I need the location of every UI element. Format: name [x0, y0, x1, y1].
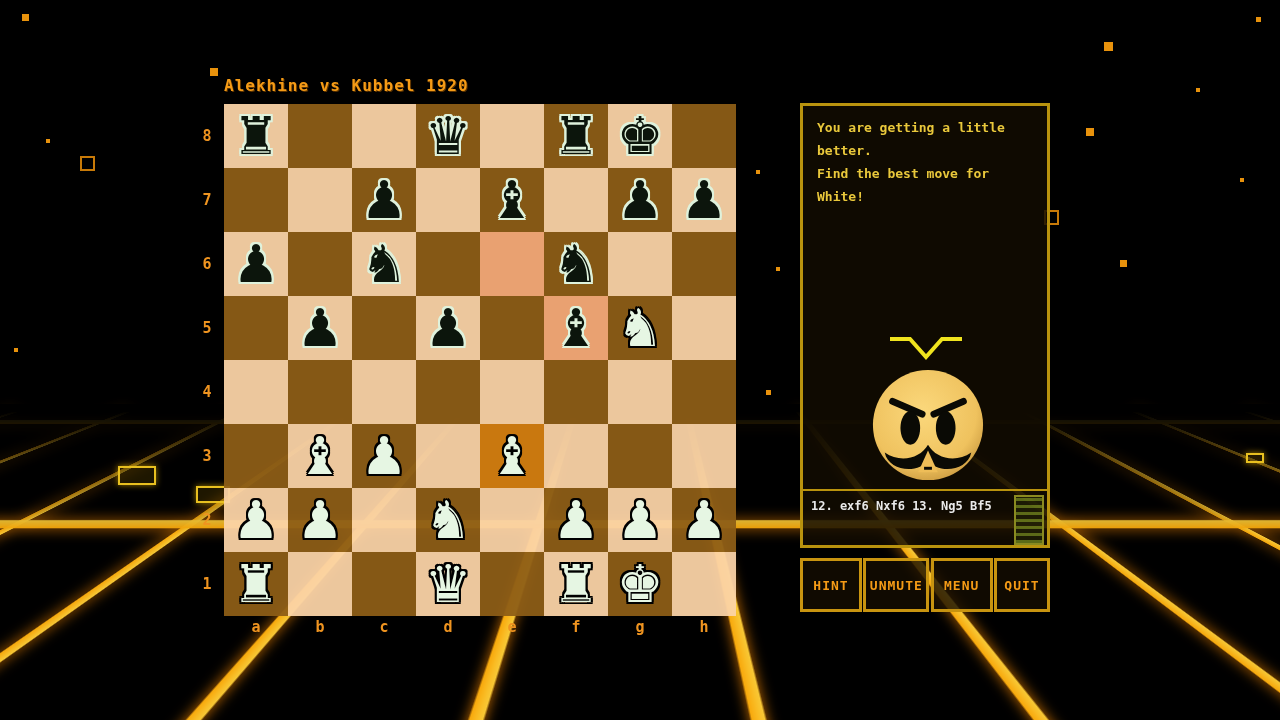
piece-white-queen: ♛	[425, 554, 472, 614]
square-g3[interactable]	[608, 424, 672, 488]
background-dot	[1196, 88, 1200, 92]
piece-black-knight: ♞	[553, 234, 600, 294]
piece-black-pawn: ♟	[233, 234, 280, 294]
game-title: Alekhine vs Kubbel 1920	[224, 76, 469, 95]
square-b6[interactable]	[288, 232, 352, 296]
piece-black-king: ♚	[617, 106, 664, 166]
background-dot	[776, 267, 780, 271]
square-b7[interactable]	[288, 168, 352, 232]
file-label-e: e	[480, 617, 544, 639]
square-f1[interactable]: ♜	[544, 552, 608, 616]
square-g7[interactable]: ♟	[608, 168, 672, 232]
square-c2[interactable]	[352, 488, 416, 552]
square-g5[interactable]: ♞	[608, 296, 672, 360]
rank-label-2: 2	[194, 488, 220, 552]
square-f6[interactable]: ♞	[544, 232, 608, 296]
file-label-c: c	[352, 617, 416, 639]
chess-board[interactable]: ♜♛♜♚♟♝♟♟♟♞♞♟♟♝♞♝♟♝♟♟♞♟♟♟♜♛♜♚	[224, 104, 736, 616]
piece-black-pawn: ♟	[681, 170, 728, 230]
square-a6[interactable]: ♟	[224, 232, 288, 296]
square-h2[interactable]: ♟	[672, 488, 736, 552]
piece-black-rook: ♜	[553, 106, 600, 166]
piece-black-knight: ♞	[361, 234, 408, 294]
square-e6[interactable]	[480, 232, 544, 296]
move-history: 12. exf6 Nxf6 13. Ng5 Bf5	[811, 499, 1011, 513]
rank-labels: 87654321	[194, 104, 220, 616]
square-b1[interactable]	[288, 552, 352, 616]
square-c1[interactable]	[352, 552, 416, 616]
piece-white-pawn: ♟	[553, 490, 600, 550]
piece-white-pawn: ♟	[681, 490, 728, 550]
square-h3[interactable]	[672, 424, 736, 488]
square-h1[interactable]	[672, 552, 736, 616]
square-f2[interactable]: ♟	[544, 488, 608, 552]
square-e7[interactable]: ♝	[480, 168, 544, 232]
piece-black-pawn: ♟	[617, 170, 664, 230]
rank-label-8: 8	[194, 104, 220, 168]
square-a8[interactable]: ♜	[224, 104, 288, 168]
piece-white-pawn: ♟	[297, 490, 344, 550]
background-dot	[1246, 453, 1264, 463]
rank-label-3: 3	[194, 424, 220, 488]
file-label-d: d	[416, 617, 480, 639]
square-b4[interactable]	[288, 360, 352, 424]
square-h4[interactable]	[672, 360, 736, 424]
square-d4[interactable]	[416, 360, 480, 424]
square-g6[interactable]	[608, 232, 672, 296]
square-h8[interactable]	[672, 104, 736, 168]
square-b2[interactable]: ♟	[288, 488, 352, 552]
square-d7[interactable]	[416, 168, 480, 232]
rank-label-7: 7	[194, 168, 220, 232]
square-e8[interactable]	[480, 104, 544, 168]
background-dot	[766, 390, 771, 395]
square-b5[interactable]: ♟	[288, 296, 352, 360]
square-f4[interactable]	[544, 360, 608, 424]
square-d1[interactable]: ♛	[416, 552, 480, 616]
background-dot	[22, 14, 29, 21]
square-d6[interactable]	[416, 232, 480, 296]
square-f5[interactable]: ♝	[544, 296, 608, 360]
background-dot	[46, 139, 50, 143]
square-c4[interactable]	[352, 360, 416, 424]
piece-black-pawn: ♟	[425, 298, 472, 358]
angry-mustache-emoji	[869, 366, 987, 486]
background-dot	[1120, 260, 1127, 267]
square-a5[interactable]	[224, 296, 288, 360]
move-history-scrollbar[interactable]	[1014, 495, 1044, 545]
square-a1[interactable]: ♜	[224, 552, 288, 616]
square-c3[interactable]: ♟	[352, 424, 416, 488]
square-e5[interactable]	[480, 296, 544, 360]
square-d3[interactable]	[416, 424, 480, 488]
background-dot	[210, 68, 218, 76]
square-c5[interactable]	[352, 296, 416, 360]
square-f8[interactable]: ♜	[544, 104, 608, 168]
piece-black-rook: ♜	[233, 106, 280, 166]
square-g8[interactable]: ♚	[608, 104, 672, 168]
square-h7[interactable]: ♟	[672, 168, 736, 232]
background-dot	[1086, 128, 1094, 136]
square-d2[interactable]: ♞	[416, 488, 480, 552]
piece-black-pawn: ♟	[297, 298, 344, 358]
piece-white-knight: ♞	[425, 490, 472, 550]
square-a3[interactable]	[224, 424, 288, 488]
file-label-b: b	[288, 617, 352, 639]
hint-button[interactable]: HINT	[800, 558, 862, 612]
coach-message-line-2: Find the best move for White!	[817, 162, 1041, 208]
piece-white-bishop: ♝	[489, 426, 536, 486]
square-a4[interactable]	[224, 360, 288, 424]
square-c8[interactable]	[352, 104, 416, 168]
rank-label-4: 4	[194, 360, 220, 424]
square-h5[interactable]	[672, 296, 736, 360]
square-g2[interactable]: ♟	[608, 488, 672, 552]
piece-white-pawn: ♟	[361, 426, 408, 486]
game-screen: Alekhine vs Kubbel 1920 87654321 ♜♛♜♚♟♝♟…	[0, 0, 1280, 720]
background-dot	[1256, 17, 1261, 22]
coach-message: You are getting a little better. Find th…	[817, 116, 1041, 208]
piece-black-queen: ♛	[425, 106, 472, 166]
rank-label-1: 1	[194, 552, 220, 616]
square-b3[interactable]: ♝	[288, 424, 352, 488]
square-g4[interactable]	[608, 360, 672, 424]
square-c7[interactable]: ♟	[352, 168, 416, 232]
background-dot	[14, 348, 18, 352]
rank-label-6: 6	[194, 232, 220, 296]
square-a2[interactable]: ♟	[224, 488, 288, 552]
background-dot	[1104, 42, 1113, 51]
chevron-down-icon	[888, 336, 964, 362]
piece-black-bishop: ♝	[489, 170, 536, 230]
piece-white-rook: ♜	[553, 554, 600, 614]
rank-label-5: 5	[194, 296, 220, 360]
menu-button[interactable]: MENU	[931, 558, 993, 612]
file-label-a: a	[224, 617, 288, 639]
background-dot	[1240, 178, 1244, 182]
file-label-f: f	[544, 617, 608, 639]
square-e4[interactable]	[480, 360, 544, 424]
square-f3[interactable]	[544, 424, 608, 488]
piece-black-pawn: ♟	[361, 170, 408, 230]
square-e1[interactable]	[480, 552, 544, 616]
file-label-h: h	[672, 617, 736, 639]
square-h6[interactable]	[672, 232, 736, 296]
square-g1[interactable]: ♚	[608, 552, 672, 616]
piece-white-king: ♚	[617, 554, 664, 614]
square-d8[interactable]: ♛	[416, 104, 480, 168]
piece-white-bishop: ♝	[297, 426, 344, 486]
piece-white-pawn: ♟	[617, 490, 664, 550]
square-b8[interactable]	[288, 104, 352, 168]
square-e3[interactable]: ♝	[480, 424, 544, 488]
button-row: HINT UNMUTE MENU QUIT	[800, 558, 1050, 612]
piece-white-pawn: ♟	[233, 490, 280, 550]
square-e2[interactable]	[480, 488, 544, 552]
coach-panel: You are getting a little better. Find th…	[800, 103, 1050, 548]
square-f7[interactable]	[544, 168, 608, 232]
square-c6[interactable]: ♞	[352, 232, 416, 296]
panel-divider	[803, 489, 1047, 491]
unmute-button[interactable]: UNMUTE	[863, 558, 929, 612]
piece-white-knight: ♞	[617, 298, 664, 358]
background-dot	[118, 466, 156, 485]
square-a7[interactable]	[224, 168, 288, 232]
piece-white-rook: ♜	[233, 554, 280, 614]
quit-button[interactable]: QUIT	[994, 558, 1050, 612]
square-d5[interactable]: ♟	[416, 296, 480, 360]
file-labels: abcdefgh	[224, 617, 736, 639]
background-dot	[756, 170, 760, 174]
coach-message-line-1: You are getting a little better.	[817, 116, 1041, 162]
piece-black-bishop: ♝	[553, 298, 600, 358]
file-label-g: g	[608, 617, 672, 639]
background-dot	[80, 156, 95, 171]
